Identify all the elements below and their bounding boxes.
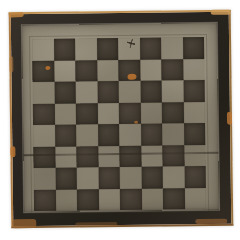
- board-square: [120, 167, 142, 189]
- board-square: [140, 81, 162, 103]
- board-square: [141, 166, 163, 188]
- board-square: [97, 103, 119, 125]
- frame-wear-mark: [211, 10, 231, 15]
- board-square: [119, 145, 141, 167]
- board-square: [140, 38, 162, 60]
- board-square: [120, 188, 142, 210]
- board-square: [77, 167, 99, 189]
- board-square: [162, 102, 184, 124]
- board-square: [34, 189, 56, 211]
- scribble-mark: [127, 39, 135, 48]
- board-square: [55, 146, 77, 168]
- board-square: [141, 145, 163, 167]
- frame-wear-mark: [227, 112, 232, 125]
- board-square: [183, 37, 205, 59]
- board-square: [32, 60, 54, 82]
- board-square: [76, 81, 98, 103]
- board-square: [183, 80, 205, 102]
- frame-wear-mark: [75, 222, 117, 227]
- board-square: [184, 123, 206, 145]
- board-square: [162, 145, 184, 167]
- board-square: [98, 146, 120, 168]
- board-square: [98, 189, 120, 211]
- board-square: [184, 144, 206, 166]
- board-square: [33, 82, 55, 104]
- board-square: [163, 166, 185, 188]
- board-square: [55, 189, 77, 211]
- board-square: [97, 38, 119, 60]
- board-square: [55, 125, 77, 147]
- board-square: [141, 123, 163, 145]
- board-square: [76, 124, 98, 146]
- board-square: [75, 38, 97, 60]
- board-square: [54, 82, 76, 104]
- board-square: [33, 125, 55, 147]
- board-square: [119, 81, 141, 103]
- board-field: [22, 23, 219, 212]
- board-square: [33, 146, 55, 168]
- board-square: [77, 189, 99, 211]
- frame-wear-mark: [9, 56, 13, 72]
- frame-wear-mark: [12, 219, 36, 228]
- board-square: [161, 59, 183, 81]
- board-square: [54, 39, 76, 61]
- board-square: [141, 188, 163, 210]
- board-square: [184, 166, 206, 188]
- board-square: [98, 124, 120, 146]
- board-square: [33, 103, 55, 125]
- board-square: [32, 39, 54, 61]
- board-square: [119, 124, 141, 146]
- frame-wear-mark: [9, 12, 24, 18]
- game-board-photo: [9, 10, 234, 229]
- board-square: [140, 102, 162, 124]
- board-square: [76, 146, 98, 168]
- board-square: [75, 60, 97, 82]
- photo-background: { "game": "checkers (draughts) — antique…: [0, 0, 240, 240]
- frame-wear-mark: [10, 146, 15, 157]
- frame-wear-mark: [195, 219, 227, 224]
- board-square: [97, 60, 119, 82]
- board-square: [97, 81, 119, 103]
- checkerboard-grid: [32, 37, 206, 211]
- board-square: [98, 167, 120, 189]
- rust-spot: [134, 121, 138, 124]
- board-square: [140, 59, 162, 81]
- board-square: [54, 60, 76, 82]
- board-square: [162, 123, 184, 145]
- board-square: [34, 168, 56, 190]
- board-square: [54, 103, 76, 125]
- board-square: [184, 187, 206, 209]
- board-square: [162, 80, 184, 102]
- board-square: [183, 58, 205, 80]
- board-square: [76, 103, 98, 125]
- board-square: [183, 101, 205, 123]
- board-square: [55, 168, 77, 190]
- board-square: [163, 188, 185, 210]
- rust-spot: [45, 66, 50, 70]
- board-square: [161, 37, 183, 59]
